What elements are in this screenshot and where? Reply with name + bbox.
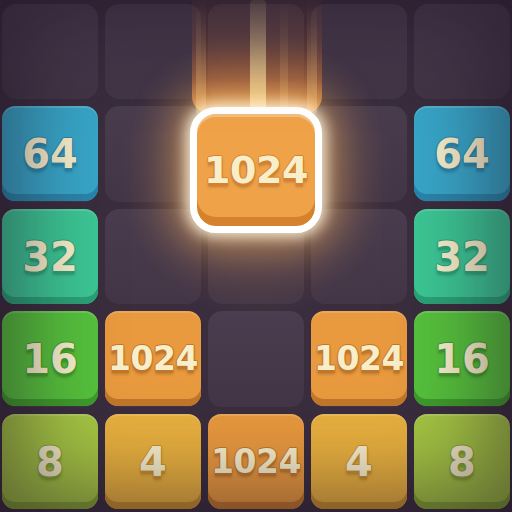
- game-board[interactable]: 64 64 32 32 16 1024 1024 16 8 4 1024 4 8…: [0, 0, 512, 512]
- tile-16: 16: [2, 311, 98, 406]
- tile-number: 4: [139, 442, 167, 482]
- tile-32: 32: [414, 209, 510, 304]
- falling-tile[interactable]: 1024: [190, 107, 322, 233]
- tile-1024: 1024: [208, 414, 304, 509]
- tile-16: 16: [414, 311, 510, 406]
- tile-number: 32: [434, 237, 490, 277]
- empty-cell: [311, 106, 407, 201]
- tile-number: 64: [22, 134, 78, 174]
- tile-4: 4: [311, 414, 407, 509]
- empty-cell: [208, 311, 304, 406]
- empty-cell: [2, 4, 98, 99]
- tile-number: 1024: [108, 342, 198, 375]
- falling-tile-number: 1024: [204, 151, 308, 189]
- tile-1024: 1024: [311, 311, 407, 406]
- tile-number: 32: [22, 237, 78, 277]
- tile-8: 8: [414, 414, 510, 509]
- tile-4: 4: [105, 414, 201, 509]
- tile-64: 64: [2, 106, 98, 201]
- empty-cell: [414, 4, 510, 99]
- empty-cell: [105, 209, 201, 304]
- tile-64: 64: [414, 106, 510, 201]
- tile-32: 32: [2, 209, 98, 304]
- tile-number: 4: [345, 442, 373, 482]
- tile-number: 1024: [211, 445, 301, 478]
- tile-1024: 1024: [105, 311, 201, 406]
- tile-number: 64: [434, 134, 490, 174]
- tile-8: 8: [2, 414, 98, 509]
- empty-cell: [105, 106, 201, 201]
- empty-cell: [105, 4, 201, 99]
- tile-number: 16: [22, 339, 78, 379]
- tile-number: 16: [434, 339, 490, 379]
- empty-cell: [311, 209, 407, 304]
- empty-cell: [311, 4, 407, 99]
- tile-number: 8: [448, 442, 476, 482]
- tile-number: 8: [36, 442, 64, 482]
- tile-number: 1024: [314, 342, 404, 375]
- empty-cell: [208, 4, 304, 99]
